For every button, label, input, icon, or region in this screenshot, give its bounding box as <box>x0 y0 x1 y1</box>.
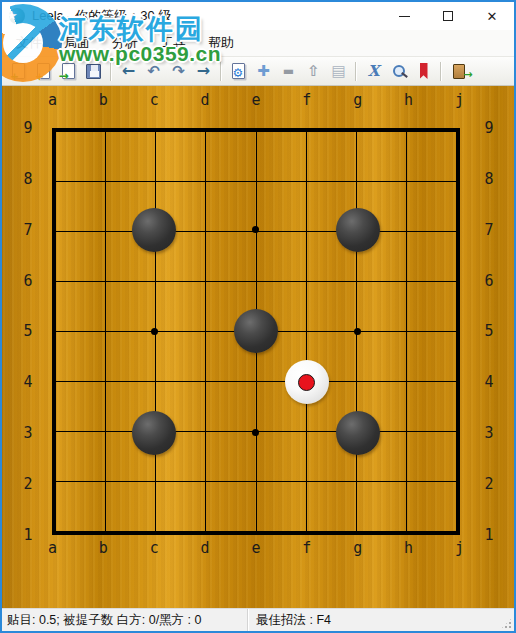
search-icon <box>389 61 409 81</box>
toolbar-separator <box>110 62 112 81</box>
forward-arrow-icon: → <box>194 61 214 81</box>
leela-window: Leela - 你的等级：30 级 ✕ 文件 局面 分析 工具 帮助 ＋ ＋ →… <box>0 0 516 633</box>
status-bar: 贴目: 0.5; 被提子数 白方: 0/黑方 : 0 最佳招法 : F4 <box>2 608 514 631</box>
save-icon <box>84 61 104 81</box>
star-point-c5 <box>151 328 158 335</box>
last-move-marker <box>298 374 315 391</box>
new-variation-icon: ＋ <box>34 61 54 81</box>
open-button[interactable]: → <box>56 59 81 83</box>
window-title: Leela - 你的等级：30 级 <box>32 7 171 25</box>
redo-button[interactable]: ↷ <box>166 59 191 83</box>
step-back-button[interactable]: ← <box>116 59 141 83</box>
black-stone-g7 <box>336 208 380 252</box>
new-board-icon: ＋ <box>9 61 29 81</box>
printer-icon: ▤ <box>329 61 349 81</box>
analyze-button[interactable]: ⚙ <box>226 59 251 83</box>
maximize-icon <box>443 11 453 21</box>
redo-icon: ↷ <box>169 61 189 81</box>
caption-buttons: ✕ <box>382 2 514 30</box>
minimize-icon <box>399 16 410 17</box>
black-stone-c7 <box>132 208 176 252</box>
delete-x-icon: X <box>364 61 384 81</box>
black-stone-c3 <box>132 411 176 455</box>
new-board-button[interactable]: ＋ <box>6 59 31 83</box>
add-button[interactable]: ✚ <box>251 59 276 83</box>
status-best-move: 最佳招法 : F4 <box>249 609 514 631</box>
minus-icon: ▬ <box>279 61 299 81</box>
black-stone-g3 <box>336 411 380 455</box>
undo-button[interactable]: ↶ <box>141 59 166 83</box>
white-stone-f4 <box>285 360 329 404</box>
back-arrow-icon: ← <box>119 61 139 81</box>
menu-analysis[interactable]: 分析 <box>101 30 149 56</box>
pass-button[interactable]: ⇧ <box>301 59 326 83</box>
close-button[interactable]: ✕ <box>470 2 514 30</box>
print-button[interactable]: ▤ <box>326 59 351 83</box>
bookmark-icon <box>414 61 434 81</box>
star-point-e7 <box>252 226 259 233</box>
toolbar-separator <box>220 62 222 81</box>
app-icon <box>9 8 25 24</box>
save-button[interactable] <box>81 59 106 83</box>
menu-bar: 文件 局面 分析 工具 帮助 <box>2 30 514 56</box>
menu-file[interactable]: 文件 <box>5 30 53 56</box>
menu-position[interactable]: 局面 <box>53 30 101 56</box>
step-forward-button[interactable]: → <box>191 59 216 83</box>
open-file-icon: → <box>59 61 79 81</box>
exit-button[interactable]: → <box>446 59 471 83</box>
menu-tools[interactable]: 工具 <box>149 30 197 56</box>
close-icon: ✕ <box>487 10 498 23</box>
star-point-e3 <box>252 429 259 436</box>
delete-button[interactable]: X <box>361 59 386 83</box>
go-board: abcdefghj abcdefghj 987654321 987654321 <box>2 86 514 608</box>
black-stone-e5 <box>234 309 278 353</box>
remove-button[interactable]: ▬ <box>276 59 301 83</box>
undo-icon: ↶ <box>144 61 164 81</box>
title-bar[interactable]: Leela - 你的等级：30 级 ✕ <box>2 2 514 30</box>
minimize-button[interactable] <box>382 2 426 30</box>
analyze-gear-icon: ⚙ <box>229 61 249 81</box>
toolbar-separator <box>355 62 357 81</box>
plus-icon: ✚ <box>254 61 274 81</box>
bookmark-button[interactable] <box>411 59 436 83</box>
search-button[interactable] <box>386 59 411 83</box>
star-point-g5 <box>354 328 361 335</box>
toolbar: ＋ ＋ → ← ↶ ↷ → ⚙ ✚ ▬ ⇧ ▤ X → <box>2 56 514 86</box>
maximize-button[interactable] <box>426 2 470 30</box>
exit-door-icon: → <box>449 61 469 81</box>
new-variation-button[interactable]: ＋ <box>31 59 56 83</box>
menu-help[interactable]: 帮助 <box>197 30 245 56</box>
stones-grid[interactable] <box>27 103 485 560</box>
up-arrow-icon: ⇧ <box>304 61 324 81</box>
toolbar-separator <box>440 62 442 81</box>
status-komi-captures: 贴目: 0.5; 被提子数 白方: 0/黑方 : 0 <box>2 609 247 631</box>
